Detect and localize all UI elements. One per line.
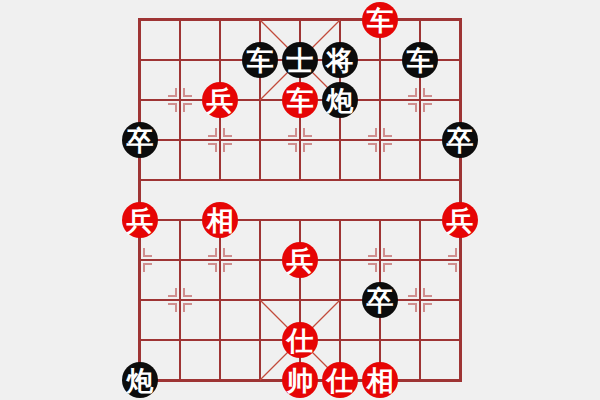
intersection-c2-r5[interactable] (160, 160, 200, 200)
piece-black-chariot[interactable]: 车 (242, 42, 278, 78)
piece-red-pawn[interactable]: 兵 (122, 202, 158, 238)
intersection-c6-r5[interactable] (320, 160, 360, 200)
piece-black-cannon[interactable]: 炮 (322, 82, 358, 118)
piece-black-pawn[interactable]: 卒 (362, 282, 398, 318)
intersection-c2-r3[interactable] (160, 80, 200, 120)
intersection-c2-r8[interactable] (160, 280, 200, 320)
intersection-c6-r3[interactable]: 炮 (320, 80, 360, 120)
intersection-c3-r6[interactable]: 相 (200, 200, 240, 240)
intersection-c6-r6[interactable] (320, 200, 360, 240)
intersection-c8-r10[interactable] (400, 360, 440, 400)
intersection-c2-r2[interactable] (160, 40, 200, 80)
intersection-c5-r4[interactable] (280, 120, 320, 160)
intersection-c4-r4[interactable] (240, 120, 280, 160)
piece-red-general[interactable]: 帅 (282, 362, 318, 398)
intersection-c1-r7[interactable] (120, 240, 160, 280)
piece-red-chariot[interactable]: 车 (282, 82, 318, 118)
intersection-c6-r9[interactable] (320, 320, 360, 360)
piece-red-advisor[interactable]: 仕 (282, 322, 318, 358)
intersection-c8-r7[interactable] (400, 240, 440, 280)
intersection-c7-r6[interactable] (360, 200, 400, 240)
intersection-c5-r3[interactable]: 车 (280, 80, 320, 120)
intersection-c1-r3[interactable] (120, 80, 160, 120)
intersection-c1-r8[interactable] (120, 280, 160, 320)
intersection-c4-r8[interactable] (240, 280, 280, 320)
intersection-c4-r10[interactable] (240, 360, 280, 400)
xiangqi-app: 车车士将车兵车炮卒卒兵相兵兵卒仕炮帅仕相 (0, 0, 600, 400)
piece-red-pawn[interactable]: 兵 (202, 82, 238, 118)
intersection-c1-r9[interactable] (120, 320, 160, 360)
piece-black-advisor[interactable]: 士 (282, 42, 318, 78)
intersection-c9-r4[interactable]: 卒 (440, 120, 480, 160)
intersection-c1-r2[interactable] (120, 40, 160, 80)
intersection-c7-r5[interactable] (360, 160, 400, 200)
intersection-c9-r8[interactable] (440, 280, 480, 320)
piece-black-cannon[interactable]: 炮 (122, 362, 158, 398)
intersection-c7-r7[interactable] (360, 240, 400, 280)
intersection-c5-r7[interactable]: 兵 (280, 240, 320, 280)
piece-red-elephant[interactable]: 相 (362, 362, 398, 398)
intersection-c5-r1[interactable] (280, 0, 320, 40)
intersection-c1-r4[interactable]: 卒 (120, 120, 160, 160)
intersection-c7-r2[interactable] (360, 40, 400, 80)
piece-black-general[interactable]: 将 (322, 42, 358, 78)
intersection-c4-r7[interactable] (240, 240, 280, 280)
intersection-c6-r10[interactable]: 仕 (320, 360, 360, 400)
intersection-c5-r9[interactable]: 仕 (280, 320, 320, 360)
intersection-c3-r9[interactable] (200, 320, 240, 360)
intersection-c2-r4[interactable] (160, 120, 200, 160)
intersection-c1-r5[interactable] (120, 160, 160, 200)
intersection-c5-r8[interactable] (280, 280, 320, 320)
intersection-c2-r6[interactable] (160, 200, 200, 240)
intersection-c6-r8[interactable] (320, 280, 360, 320)
intersection-c9-r6[interactable]: 兵 (440, 200, 480, 240)
intersection-c6-r7[interactable] (320, 240, 360, 280)
intersection-c6-r2[interactable]: 将 (320, 40, 360, 80)
piece-red-pawn[interactable]: 兵 (442, 202, 478, 238)
intersection-c7-r3[interactable] (360, 80, 400, 120)
intersection-c2-r7[interactable] (160, 240, 200, 280)
intersection-c4-r9[interactable] (240, 320, 280, 360)
intersection-c7-r8[interactable]: 卒 (360, 280, 400, 320)
intersection-c8-r3[interactable] (400, 80, 440, 120)
intersection-c1-r6[interactable]: 兵 (120, 200, 160, 240)
intersection-c8-r4[interactable] (400, 120, 440, 160)
intersection-c6-r4[interactable] (320, 120, 360, 160)
intersection-c1-r1[interactable] (120, 0, 160, 40)
intersection-c4-r1[interactable] (240, 0, 280, 40)
intersection-c8-r2[interactable]: 车 (400, 40, 440, 80)
intersection-c9-r2[interactable] (440, 40, 480, 80)
intersection-c8-r8[interactable] (400, 280, 440, 320)
intersection-c8-r9[interactable] (400, 320, 440, 360)
intersection-c9-r5[interactable] (440, 160, 480, 200)
intersection-c3-r10[interactable] (200, 360, 240, 400)
intersection-c7-r9[interactable] (360, 320, 400, 360)
intersection-c2-r10[interactable] (160, 360, 200, 400)
intersection-c1-r10[interactable]: 炮 (120, 360, 160, 400)
piece-black-pawn[interactable]: 卒 (122, 122, 158, 158)
piece-red-chariot[interactable]: 车 (362, 2, 398, 38)
intersection-c3-r1[interactable] (200, 0, 240, 40)
piece-black-pawn[interactable]: 卒 (442, 122, 478, 158)
piece-red-advisor[interactable]: 仕 (322, 362, 358, 398)
intersection-c9-r7[interactable] (440, 240, 480, 280)
intersection-c7-r4[interactable] (360, 120, 400, 160)
intersection-c9-r3[interactable] (440, 80, 480, 120)
intersection-c7-r10[interactable]: 相 (360, 360, 400, 400)
intersection-c8-r1[interactable] (400, 0, 440, 40)
intersection-c8-r6[interactable] (400, 200, 440, 240)
intersection-c3-r5[interactable] (200, 160, 240, 200)
intersection-c4-r6[interactable] (240, 200, 280, 240)
piece-black-chariot[interactable]: 车 (402, 42, 438, 78)
intersection-c7-r1[interactable]: 车 (360, 0, 400, 40)
intersection-c4-r3[interactable] (240, 80, 280, 120)
intersection-c6-r1[interactable] (320, 0, 360, 40)
intersection-c9-r10[interactable] (440, 360, 480, 400)
intersection-c5-r10[interactable]: 帅 (280, 360, 320, 400)
intersection-c5-r2[interactable]: 士 (280, 40, 320, 80)
intersection-c9-r1[interactable] (440, 0, 480, 40)
intersection-c8-r5[interactable] (400, 160, 440, 200)
intersection-c4-r2[interactable]: 车 (240, 40, 280, 80)
intersection-c3-r2[interactable] (200, 40, 240, 80)
intersection-c3-r7[interactable] (200, 240, 240, 280)
intersection-c9-r9[interactable] (440, 320, 480, 360)
intersection-c2-r1[interactable] (160, 0, 200, 40)
intersection-c3-r3[interactable]: 兵 (200, 80, 240, 120)
intersection-c3-r8[interactable] (200, 280, 240, 320)
intersection-c5-r6[interactable] (280, 200, 320, 240)
xiangqi-board: 车车士将车兵车炮卒卒兵相兵兵卒仕炮帅仕相 (120, 0, 480, 400)
intersection-c2-r9[interactable] (160, 320, 200, 360)
piece-red-pawn[interactable]: 兵 (282, 242, 318, 278)
intersection-c3-r4[interactable] (200, 120, 240, 160)
intersection-c5-r5[interactable] (280, 160, 320, 200)
piece-red-elephant[interactable]: 相 (202, 202, 238, 238)
intersection-c4-r5[interactable] (240, 160, 280, 200)
